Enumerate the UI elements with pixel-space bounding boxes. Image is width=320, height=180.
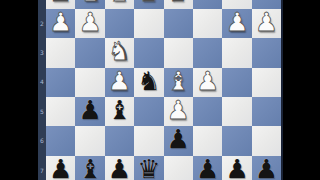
square-d4[interactable]: ♝	[164, 68, 193, 97]
square-a3[interactable]	[252, 38, 281, 67]
square-g4[interactable]	[75, 68, 104, 97]
square-d6[interactable]: ♟	[164, 126, 193, 155]
rank-label-4: 4	[38, 78, 46, 86]
rank-label-5: 5	[38, 108, 46, 116]
square-b6[interactable]	[222, 126, 251, 155]
square-h4[interactable]	[46, 68, 75, 97]
square-g3[interactable]	[75, 38, 104, 67]
video-frame: ♜♞♝♚♛♟♟♟♟♞♟♞♝♟♟♝♟♟♟♝♟♛♟♟♟♜♚♞♜ 12345678	[0, 0, 320, 180]
rank-label-2: 2	[38, 20, 46, 28]
black-pawn-g5-icon: ♟	[78, 96, 101, 125]
rank-label-7: 7	[38, 167, 46, 175]
square-f5[interactable]: ♝	[105, 97, 134, 126]
square-e1[interactable]: ♚	[134, 0, 163, 9]
black-pawn-b7-icon: ♟	[225, 155, 248, 180]
square-c5[interactable]	[193, 97, 222, 126]
white-bishop-d4-icon: ♝	[167, 67, 190, 96]
black-bishop-g7-icon: ♝	[78, 155, 101, 180]
white-pawn-b2-icon: ♟	[225, 8, 248, 37]
square-d2[interactable]	[164, 9, 193, 38]
square-c1[interactable]	[193, 0, 222, 9]
white-pawn-g2-icon: ♟	[78, 8, 101, 37]
white-pawn-f4-icon: ♟	[108, 67, 131, 96]
square-f1[interactable]: ♝	[105, 0, 134, 9]
square-a2[interactable]: ♟	[252, 9, 281, 38]
board-rank-border: 12345678	[38, 0, 46, 180]
black-knight-e4-icon: ♞	[137, 67, 160, 96]
black-bishop-f5-icon: ♝	[108, 96, 131, 125]
black-queen-e7-icon: ♛	[137, 155, 160, 180]
white-queen-d1-icon: ♛	[167, 0, 190, 8]
white-knight-f3-icon: ♞	[108, 37, 131, 66]
square-f3[interactable]: ♞	[105, 38, 134, 67]
square-a6[interactable]	[252, 126, 281, 155]
square-g6[interactable]	[75, 126, 104, 155]
chess-board: ♜♞♝♚♛♟♟♟♟♞♟♞♝♟♟♝♟♟♟♝♟♛♟♟♟♜♚♞♜	[46, 0, 281, 180]
square-c3[interactable]	[193, 38, 222, 67]
square-d7[interactable]	[164, 156, 193, 180]
square-g2[interactable]: ♟	[75, 9, 104, 38]
square-f2[interactable]	[105, 9, 134, 38]
square-h3[interactable]	[46, 38, 75, 67]
square-c6[interactable]	[193, 126, 222, 155]
square-d5[interactable]: ♟	[164, 97, 193, 126]
square-b7[interactable]: ♟	[222, 156, 251, 180]
white-pawn-a2-icon: ♟	[255, 8, 278, 37]
square-f7[interactable]: ♟	[105, 156, 134, 180]
square-f4[interactable]: ♟	[105, 68, 134, 97]
square-a7[interactable]: ♟	[252, 156, 281, 180]
square-g7[interactable]: ♝	[75, 156, 104, 180]
white-king-e1-icon: ♚	[137, 0, 160, 8]
square-d1[interactable]: ♛	[164, 0, 193, 9]
square-b4[interactable]	[222, 68, 251, 97]
board-right-edge	[281, 0, 282, 180]
black-pawn-d6-icon: ♟	[167, 125, 190, 154]
black-pawn-c7-icon: ♟	[196, 155, 219, 180]
square-b5[interactable]	[222, 97, 251, 126]
black-pawn-f7-icon: ♟	[108, 155, 131, 180]
square-e7[interactable]: ♛	[134, 156, 163, 180]
square-b2[interactable]: ♟	[222, 9, 251, 38]
square-a4[interactable]	[252, 68, 281, 97]
square-g5[interactable]: ♟	[75, 97, 104, 126]
square-a5[interactable]	[252, 97, 281, 126]
square-b3[interactable]	[222, 38, 251, 67]
square-h7[interactable]: ♟	[46, 156, 75, 180]
square-c2[interactable]	[193, 9, 222, 38]
white-pawn-h2-icon: ♟	[49, 8, 72, 37]
square-h6[interactable]	[46, 126, 75, 155]
square-e3[interactable]	[134, 38, 163, 67]
black-pawn-a7-icon: ♟	[255, 155, 278, 180]
white-pawn-d5-icon: ♟	[167, 96, 190, 125]
rank-label-6: 6	[38, 137, 46, 145]
square-d3[interactable]	[164, 38, 193, 67]
square-c4[interactable]: ♟	[193, 68, 222, 97]
black-pawn-h7-icon: ♟	[49, 155, 72, 180]
square-c7[interactable]: ♟	[193, 156, 222, 180]
white-pawn-c4-icon: ♟	[196, 67, 219, 96]
square-e2[interactable]	[134, 9, 163, 38]
square-f6[interactable]	[105, 126, 134, 155]
white-bishop-f1-icon: ♝	[108, 0, 131, 8]
square-h2[interactable]: ♟	[46, 9, 75, 38]
square-e5[interactable]	[134, 97, 163, 126]
square-e6[interactable]	[134, 126, 163, 155]
square-h5[interactable]	[46, 97, 75, 126]
rank-label-3: 3	[38, 49, 46, 57]
square-e4[interactable]: ♞	[134, 68, 163, 97]
